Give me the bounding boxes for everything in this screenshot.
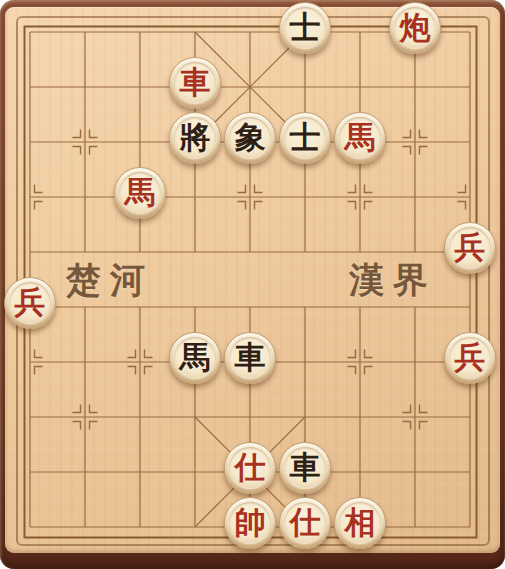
black-advisor-glyph: 士 — [290, 122, 321, 153]
black-chariot-glyph: 車 — [235, 342, 266, 373]
piece-black-advisor[interactable]: 士 — [279, 112, 331, 164]
piece-red-advisor[interactable]: 仕 — [224, 442, 276, 494]
red-soldier-glyph: 兵 — [15, 287, 46, 318]
black-advisor-glyph: 士 — [290, 12, 321, 43]
piece-red-soldier[interactable]: 兵 — [444, 332, 496, 384]
piece-red-soldier[interactable]: 兵 — [444, 222, 496, 274]
piece-red-horse[interactable]: 馬 — [334, 112, 386, 164]
black-chariot-glyph: 車 — [290, 452, 321, 483]
red-soldier-glyph: 兵 — [455, 342, 486, 373]
red-chariot-glyph: 車 — [180, 67, 211, 98]
red-advisor-glyph: 仕 — [290, 507, 321, 538]
piece-red-advisor[interactable]: 仕 — [279, 497, 331, 549]
piece-black-advisor[interactable]: 士 — [279, 2, 331, 54]
red-elephant-glyph: 相 — [345, 507, 376, 538]
red-soldier-glyph: 兵 — [455, 232, 486, 263]
black-horse-glyph: 馬 — [180, 342, 211, 373]
piece-black-chariot[interactable]: 車 — [279, 442, 331, 494]
piece-red-general[interactable]: 帥 — [224, 497, 276, 549]
red-horse-glyph: 馬 — [345, 122, 376, 153]
xiangqi-app: 楚河 漢界 士炮車將象士馬馬兵兵馬車兵仕車帥仕相 — [0, 0, 505, 569]
piece-black-horse[interactable]: 馬 — [169, 332, 221, 384]
piece-black-general[interactable]: 將 — [169, 112, 221, 164]
piece-red-soldier[interactable]: 兵 — [4, 277, 56, 329]
black-elephant-glyph: 象 — [235, 122, 266, 153]
piece-black-chariot[interactable]: 車 — [224, 332, 276, 384]
piece-black-elephant[interactable]: 象 — [224, 112, 276, 164]
red-horse-glyph: 馬 — [125, 177, 156, 208]
black-general-glyph: 將 — [180, 122, 211, 153]
red-advisor-glyph: 仕 — [235, 452, 266, 483]
piece-red-horse[interactable]: 馬 — [114, 167, 166, 219]
red-cannon-glyph: 炮 — [400, 12, 431, 43]
piece-red-cannon[interactable]: 炮 — [389, 2, 441, 54]
piece-red-chariot[interactable]: 車 — [169, 57, 221, 109]
piece-red-elephant[interactable]: 相 — [334, 497, 386, 549]
red-general-glyph: 帥 — [235, 507, 266, 538]
